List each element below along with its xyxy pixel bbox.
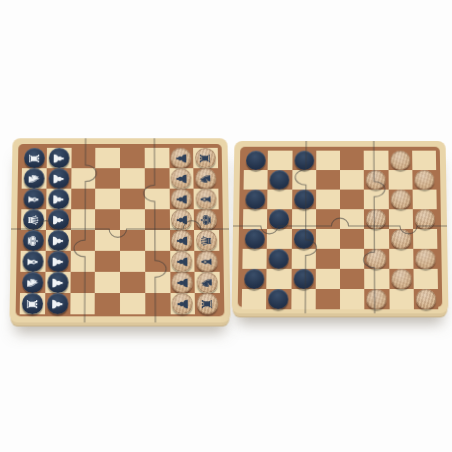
chess-piece-n-navy[interactable]: ♞ bbox=[23, 168, 44, 188]
checker-man-navy[interactable] bbox=[270, 170, 290, 190]
chess-piece-n-wood[interactable]: ♞ bbox=[195, 168, 216, 188]
square-r2c3 bbox=[71, 168, 96, 188]
square-r4c1 bbox=[243, 209, 267, 229]
square-r1c4 bbox=[316, 151, 340, 170]
chess-piece-b-wood[interactable]: ♝ bbox=[196, 189, 217, 210]
square-r7c5 bbox=[120, 272, 145, 293]
square-r3c3 bbox=[71, 189, 96, 210]
square-r8c6 bbox=[364, 289, 389, 309]
checker-man-navy[interactable] bbox=[245, 229, 265, 249]
checkers-board-frame bbox=[238, 147, 443, 307]
square-r8c2 bbox=[266, 289, 291, 309]
square-r1c1: ♜ bbox=[22, 148, 47, 168]
square-r4c2: ♟ bbox=[46, 209, 71, 230]
square-r8c4 bbox=[315, 289, 340, 309]
checker-man-wood[interactable] bbox=[366, 249, 386, 269]
square-r6c8 bbox=[413, 249, 438, 269]
chess-piece-r-navy[interactable]: ♜ bbox=[22, 293, 44, 314]
square-r1c8 bbox=[412, 151, 436, 170]
chess-piece-p-wood[interactable]: ♟ bbox=[171, 230, 192, 251]
square-r7c8: ♞ bbox=[195, 272, 220, 293]
checker-man-navy[interactable] bbox=[244, 269, 264, 289]
square-r6c7 bbox=[389, 249, 414, 269]
square-r7c2: ♟ bbox=[45, 272, 70, 293]
square-r3c1 bbox=[243, 190, 267, 210]
square-r2c2 bbox=[268, 170, 292, 190]
square-r6c4 bbox=[316, 249, 340, 269]
square-r4c3 bbox=[291, 209, 315, 229]
chess-piece-p-navy[interactable]: ♟ bbox=[48, 168, 69, 188]
square-r6c3 bbox=[70, 251, 95, 272]
square-r7c6 bbox=[145, 272, 170, 293]
square-r3c2 bbox=[267, 190, 291, 210]
checker-man-wood[interactable] bbox=[415, 209, 435, 229]
square-r7c6 bbox=[364, 269, 389, 289]
checker-man-navy[interactable] bbox=[294, 151, 314, 170]
square-r6c7: ♟ bbox=[170, 251, 195, 272]
square-r5c3 bbox=[70, 230, 95, 251]
square-r2c3 bbox=[292, 170, 316, 190]
square-r2c4 bbox=[316, 170, 340, 190]
chess-piece-p-navy[interactable]: ♟ bbox=[47, 251, 68, 272]
square-r3c7: ♟ bbox=[169, 189, 194, 210]
checker-man-wood[interactable] bbox=[367, 289, 387, 309]
chess-piece-p-wood[interactable]: ♟ bbox=[172, 293, 193, 314]
square-r5c3 bbox=[291, 229, 315, 249]
square-r1c6 bbox=[364, 151, 388, 170]
square-r3c1: ♝ bbox=[21, 189, 46, 210]
chess-piece-p-wood[interactable]: ♟ bbox=[171, 189, 192, 210]
square-r1c2 bbox=[268, 151, 292, 170]
square-r1c5 bbox=[120, 148, 145, 168]
square-r1c4 bbox=[95, 148, 120, 168]
chess-piece-k-wood[interactable]: ♚ bbox=[196, 209, 217, 230]
square-r3c8: ♝ bbox=[194, 189, 219, 210]
checker-man-navy[interactable] bbox=[245, 190, 265, 210]
square-r3c5 bbox=[120, 189, 145, 210]
square-r2c8 bbox=[412, 170, 436, 190]
checker-man-navy[interactable] bbox=[293, 229, 313, 249]
square-r8c7: ♟ bbox=[170, 293, 195, 314]
checker-man-wood[interactable] bbox=[414, 170, 434, 190]
square-r2c8: ♞ bbox=[194, 168, 219, 188]
square-r2c2: ♟ bbox=[46, 168, 71, 188]
square-r8c7 bbox=[389, 289, 414, 309]
square-r4c4 bbox=[316, 209, 340, 229]
square-r3c6 bbox=[145, 189, 170, 210]
square-r1c5 bbox=[340, 151, 364, 170]
chess-grid: ♜♟♟♜♞♟♟♞♝♟♟♝♛♟♟♚♚♟♟♛♝♟♟♝♞♟♟♞♜♟♟♜ bbox=[20, 148, 221, 312]
chess-piece-n-navy[interactable]: ♞ bbox=[22, 272, 43, 293]
chess-piece-n-wood[interactable]: ♞ bbox=[197, 272, 218, 293]
checker-man-wood[interactable] bbox=[366, 209, 386, 229]
square-r2c5 bbox=[120, 168, 145, 188]
square-r7c5 bbox=[340, 269, 364, 289]
square-r8c8 bbox=[413, 289, 438, 309]
checker-man-wood[interactable] bbox=[390, 190, 410, 210]
square-r8c3 bbox=[291, 289, 316, 309]
square-r4c4 bbox=[95, 209, 120, 230]
square-r4c8: ♚ bbox=[194, 209, 219, 230]
square-r5c4 bbox=[95, 230, 120, 251]
square-r7c7: ♟ bbox=[170, 272, 195, 293]
checker-man-wood[interactable] bbox=[390, 151, 410, 170]
square-r2c4 bbox=[95, 168, 120, 188]
square-r8c6 bbox=[145, 293, 170, 314]
square-r2c6 bbox=[145, 168, 170, 188]
checker-man-navy[interactable] bbox=[293, 269, 313, 289]
square-r4c2 bbox=[267, 209, 291, 229]
checker-man-navy[interactable] bbox=[268, 289, 288, 309]
square-r2c1 bbox=[244, 170, 268, 190]
square-r6c2: ♟ bbox=[45, 251, 70, 272]
square-r5c2: ♟ bbox=[45, 230, 70, 251]
square-r6c5 bbox=[340, 249, 364, 269]
square-r1c3 bbox=[71, 148, 96, 168]
square-r3c8 bbox=[412, 190, 436, 210]
checker-man-wood[interactable] bbox=[391, 269, 411, 289]
square-r2c5 bbox=[340, 170, 364, 190]
chess-piece-q-wood[interactable]: ♛ bbox=[196, 230, 217, 251]
chess-piece-p-wood[interactable]: ♟ bbox=[172, 251, 193, 272]
square-r8c5 bbox=[340, 289, 365, 309]
square-r4c3 bbox=[70, 209, 95, 230]
chess-piece-k-navy[interactable]: ♚ bbox=[23, 230, 44, 251]
square-r7c3 bbox=[70, 272, 95, 293]
chess-piece-r-wood[interactable]: ♜ bbox=[195, 148, 216, 168]
chess-board: ♜♟♟♜♞♟♟♞♝♟♟♝♛♟♟♚♚♟♟♛♝♟♟♝♞♟♟♞♜♟♟♜ bbox=[9, 138, 230, 322]
square-r7c3 bbox=[291, 269, 316, 289]
chess-piece-p-wood[interactable]: ♟ bbox=[171, 148, 192, 168]
square-r1c1 bbox=[244, 151, 268, 170]
chess-piece-p-wood[interactable]: ♟ bbox=[172, 272, 193, 293]
square-r7c1 bbox=[242, 269, 267, 289]
square-r8c8: ♜ bbox=[195, 293, 220, 314]
square-r5c1 bbox=[243, 229, 268, 249]
checker-man-navy[interactable] bbox=[269, 249, 289, 269]
checkers-grid bbox=[242, 151, 438, 304]
checker-man-wood[interactable] bbox=[416, 289, 436, 309]
square-r8c2: ♟ bbox=[45, 293, 70, 314]
square-r7c8 bbox=[413, 269, 438, 289]
square-r7c7 bbox=[389, 269, 414, 289]
square-r7c4 bbox=[95, 272, 120, 293]
square-r4c6 bbox=[364, 209, 388, 229]
square-r5c2 bbox=[267, 229, 291, 249]
square-r7c4 bbox=[316, 269, 340, 289]
chess-piece-r-navy[interactable]: ♜ bbox=[24, 148, 45, 168]
square-r4c8 bbox=[413, 209, 437, 229]
square-r3c2: ♟ bbox=[46, 189, 71, 210]
square-r3c4 bbox=[316, 190, 340, 210]
square-r6c1: ♝ bbox=[20, 251, 45, 272]
square-r1c7: ♟ bbox=[169, 148, 194, 168]
square-r8c4 bbox=[95, 293, 120, 314]
checker-man-wood[interactable] bbox=[391, 229, 411, 249]
square-r4c5 bbox=[120, 209, 145, 230]
chess-board-frame: ♜♟♟♜♞♟♟♞♝♟♟♝♛♟♟♚♚♟♟♛♝♟♟♝♞♟♟♞♜♟♟♜ bbox=[16, 144, 225, 316]
square-r5c8 bbox=[413, 229, 438, 249]
square-r4c6 bbox=[145, 209, 170, 230]
square-r4c7: ♟ bbox=[169, 209, 194, 230]
square-r6c2 bbox=[267, 249, 292, 269]
checker-man-navy[interactable] bbox=[246, 151, 266, 170]
square-r7c1: ♞ bbox=[20, 272, 45, 293]
chess-piece-p-wood[interactable]: ♟ bbox=[171, 209, 192, 230]
checker-man-wood[interactable] bbox=[415, 249, 435, 269]
chess-piece-p-navy[interactable]: ♟ bbox=[47, 230, 68, 251]
square-r5c7 bbox=[389, 229, 413, 249]
square-r5c1: ♚ bbox=[21, 230, 46, 251]
square-r5c4 bbox=[316, 229, 340, 249]
square-r2c6 bbox=[364, 170, 388, 190]
square-r1c2: ♟ bbox=[46, 148, 71, 168]
square-r6c8: ♝ bbox=[195, 251, 220, 272]
chess-piece-p-wood[interactable]: ♟ bbox=[171, 168, 192, 188]
square-r8c1: ♜ bbox=[20, 293, 45, 314]
square-r3c5 bbox=[340, 190, 364, 210]
square-r6c1 bbox=[242, 249, 267, 269]
square-r5c8: ♛ bbox=[194, 230, 219, 251]
checkers-board bbox=[232, 141, 449, 313]
square-r1c3 bbox=[292, 151, 316, 170]
square-r6c3 bbox=[291, 249, 315, 269]
chess-piece-b-navy[interactable]: ♝ bbox=[23, 189, 44, 210]
chess-piece-q-navy[interactable]: ♛ bbox=[23, 209, 44, 230]
chess-piece-b-navy[interactable]: ♝ bbox=[22, 251, 43, 272]
square-r5c5 bbox=[340, 229, 364, 249]
square-r1c8: ♜ bbox=[193, 148, 218, 168]
square-r2c7: ♟ bbox=[169, 168, 194, 188]
square-r2c7 bbox=[388, 170, 412, 190]
square-r1c6 bbox=[144, 148, 169, 168]
square-r8c5 bbox=[120, 293, 145, 314]
square-r4c1: ♛ bbox=[21, 209, 46, 230]
square-r3c6 bbox=[364, 190, 388, 210]
square-r6c6 bbox=[145, 251, 170, 272]
square-r8c1 bbox=[242, 289, 267, 309]
chess-piece-r-wood[interactable]: ♜ bbox=[197, 293, 219, 314]
chess-piece-b-wood[interactable]: ♝ bbox=[196, 251, 217, 272]
chess-piece-p-navy[interactable]: ♟ bbox=[47, 293, 68, 314]
square-r2c1: ♞ bbox=[22, 168, 47, 188]
square-r7c2 bbox=[267, 269, 292, 289]
square-r3c7 bbox=[388, 190, 412, 210]
square-r6c4 bbox=[95, 251, 120, 272]
square-r8c3 bbox=[70, 293, 95, 314]
chess-piece-p-navy[interactable]: ♟ bbox=[48, 209, 69, 230]
square-r5c6 bbox=[364, 229, 388, 249]
checker-man-navy[interactable] bbox=[269, 209, 289, 229]
square-r4c7 bbox=[388, 209, 412, 229]
square-r6c6 bbox=[364, 249, 388, 269]
chess-piece-p-navy[interactable]: ♟ bbox=[48, 189, 69, 210]
square-r5c7: ♟ bbox=[170, 230, 195, 251]
chess-piece-p-navy[interactable]: ♟ bbox=[48, 148, 69, 168]
square-r6c5 bbox=[120, 251, 145, 272]
checker-man-navy[interactable] bbox=[294, 190, 314, 210]
checker-man-wood[interactable] bbox=[366, 170, 386, 190]
square-r5c5 bbox=[120, 230, 145, 251]
square-r3c3 bbox=[292, 190, 316, 210]
square-r3c4 bbox=[95, 189, 120, 210]
square-r5c6 bbox=[145, 230, 170, 251]
square-r4c5 bbox=[340, 209, 364, 229]
chess-piece-p-navy[interactable]: ♟ bbox=[47, 272, 68, 293]
product-photo-scene: ♜♟♟♜♞♟♟♞♝♟♟♝♛♟♟♚♚♟♟♛♝♟♟♝♞♟♟♞♜♟♟♜ bbox=[0, 0, 452, 452]
square-r1c7 bbox=[388, 151, 412, 170]
